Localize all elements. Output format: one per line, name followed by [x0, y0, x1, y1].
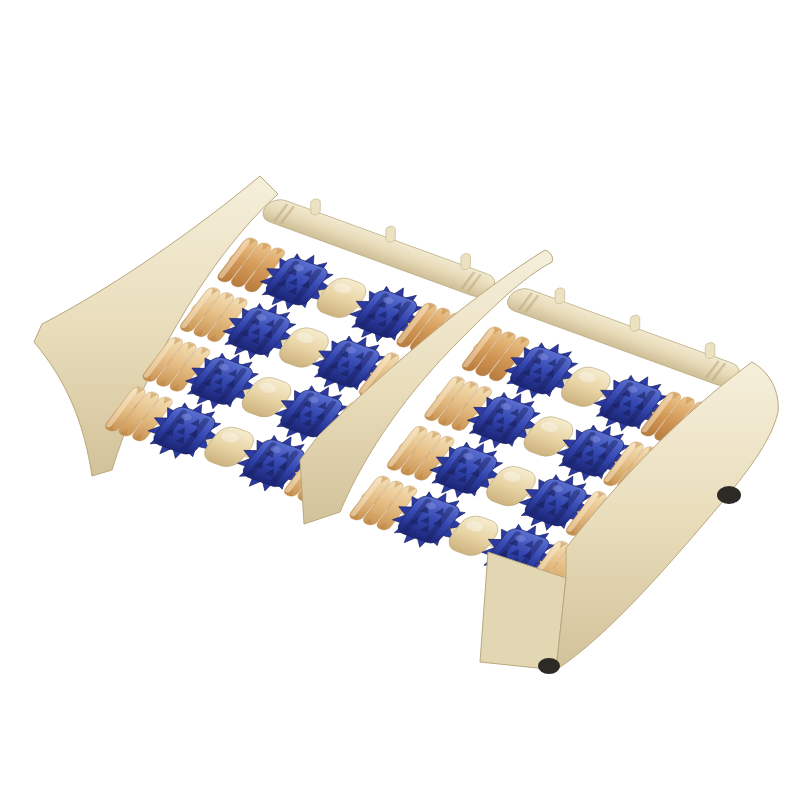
- rubber-foot: [717, 486, 741, 504]
- bar-peg: [705, 342, 715, 359]
- bar-peg: [630, 315, 640, 332]
- bar-peg: [386, 226, 396, 243]
- product-photo: [0, 0, 800, 800]
- photo-stage: [0, 0, 800, 800]
- bar-peg: [555, 287, 565, 304]
- bar-peg: [461, 253, 471, 270]
- bar-peg: [311, 198, 321, 215]
- rubber-foot: [538, 658, 560, 674]
- foot-massager-illustration: [0, 0, 800, 800]
